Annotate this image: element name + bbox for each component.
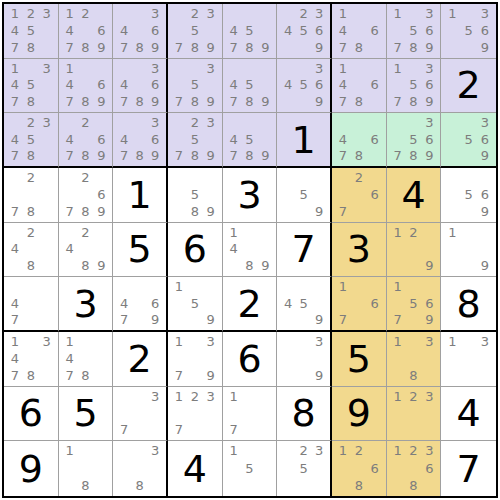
pencil-mark-slot-5 [406,241,422,258]
pencil-marks: 146789 [59,59,113,113]
pencil-mark-slot-7 [444,147,460,164]
pencil-marks: 45789 [223,59,277,113]
pencil-mark-slot-3: 3 [147,388,163,405]
pencil-mark-slot-2: 2 [351,442,367,459]
cell-r9c2[interactable]: 18 [59,441,114,496]
pencil-mark-slot-1: 1 [335,60,351,77]
cell-r3c8[interactable]: 356789 [387,113,442,168]
solved-digit: 5 [332,332,386,386]
cell-r1c7[interactable]: 14678 [332,4,387,59]
pencil-marks: 4678 [332,113,386,166]
pencil-mark-slot-6 [477,350,493,367]
pencil-mark-slot-8: 8 [187,203,203,220]
pencil-mark-slot-3: 3 [203,5,219,22]
cell-r5c6[interactable]: 7 [277,223,332,278]
pencil-mark-slot-8 [461,39,477,56]
pencil-mark-slot-8: 8 [132,147,148,164]
pencil-mark-slot-7 [62,257,78,274]
pencil-mark-slot-8: 8 [406,367,422,384]
cell-r6c1[interactable]: 47 [4,277,59,332]
pencil-mark-slot-9 [421,367,437,384]
pencil-mark-slot-5 [406,405,422,422]
pencil-mark-slot-6 [39,22,55,39]
pencil-mark-slot-3 [367,442,383,459]
pencil-mark-slot-7: 7 [390,311,406,328]
cell-r7c5[interactable]: 6 [223,332,278,387]
cell-r3c1[interactable]: 234578 [4,113,59,168]
pencil-mark-slot-7 [390,477,406,494]
pencil-mark-slot-4: 4 [116,131,132,148]
pencil-mark-slot-2 [132,5,148,22]
cell-r9c7[interactable]: 1268 [332,441,387,496]
pencil-mark-slot-5: 5 [296,77,312,94]
pencil-mark-slot-8 [351,311,367,328]
pencil-mark-slot-8: 8 [187,39,203,56]
cell-r3c6[interactable]: 1 [277,113,332,168]
pencil-mark-slot-2 [406,5,422,22]
pencil-mark-slot-5 [23,186,39,203]
pencil-mark-slot-1 [226,5,242,22]
cell-r9c6[interactable]: 235 [277,441,332,496]
pencil-marks: 1379 [168,332,222,386]
pencil-mark-slot-8: 8 [23,257,39,274]
pencil-mark-slot-2: 2 [23,169,39,186]
cell-r3c4[interactable]: 235789 [168,113,223,168]
cell-r1c2[interactable]: 1246789 [59,4,114,59]
cell-r2c8[interactable]: 1356789 [387,59,442,114]
pencil-mark-slot-5 [132,405,148,422]
cell-r9c5[interactable]: 15 [223,441,278,496]
pencil-mark-slot-7: 7 [335,203,351,220]
pencil-mark-slot-5 [406,350,422,367]
pencil-mark-slot-6: 6 [477,22,493,39]
cell-r9c3[interactable]: 38 [113,441,168,496]
pencil-mark-slot-3: 3 [311,60,327,77]
cell-r8c5[interactable]: 17 [223,387,278,442]
cell-r6c6[interactable]: 459 [277,277,332,332]
pencil-mark-slot-2 [406,114,422,131]
pencil-mark-slot-3: 3 [203,60,219,77]
pencil-mark-slot-9 [421,421,437,438]
pencil-mark-slot-9: 9 [311,203,327,220]
cell-r8c8[interactable]: 123 [387,387,442,442]
pencil-mark-slot-4 [390,460,406,477]
cell-r7c6[interactable]: 39 [277,332,332,387]
pencil-mark-slot-2 [296,60,312,77]
pencil-mark-slot-1 [335,169,351,186]
cell-r5c7[interactable]: 3 [332,223,387,278]
pencil-mark-slot-3 [257,114,273,131]
pencil-mark-slot-9 [257,421,273,438]
pencil-mark-slot-3: 3 [311,5,327,22]
pencil-marks: 1489 [223,223,277,277]
cell-r4c4[interactable]: 589 [168,168,223,223]
pencil-mark-slot-8 [406,257,422,274]
pencil-mark-slot-2 [23,278,39,295]
pencil-mark-slot-5: 5 [187,131,203,148]
pencil-marks: 45789 [223,113,277,166]
pencil-mark-slot-7: 7 [7,39,23,56]
solved-digit: 6 [4,387,58,441]
cell-r4c2[interactable]: 26789 [59,168,114,223]
pencil-mark-slot-1: 1 [390,278,406,295]
pencil-mark-slot-9 [147,421,163,438]
pencil-mark-slot-9: 9 [147,93,163,110]
cell-r3c2[interactable]: 246789 [59,113,114,168]
pencil-mark-slot-9 [39,203,55,220]
pencil-mark-slot-6 [477,241,493,258]
pencil-mark-slot-6: 6 [93,186,109,203]
cell-r8c3[interactable]: 37 [113,387,168,442]
cell-r6c5[interactable]: 2 [223,277,278,332]
pencil-mark-slot-9 [93,367,109,384]
pencil-mark-slot-3: 3 [39,333,55,350]
pencil-mark-slot-2 [132,114,148,131]
solved-digit: 4 [387,168,441,222]
pencil-marks: 1356789 [387,59,441,113]
pencil-mark-slot-4: 4 [7,77,23,94]
pencil-mark-slot-8: 8 [406,39,422,56]
pencil-mark-slot-6 [203,186,219,203]
pencil-mark-slot-1 [280,169,296,186]
pencil-mark-slot-2 [351,114,367,131]
cell-r5c2[interactable]: 2489 [59,223,114,278]
cell-r5c3[interactable]: 5 [113,223,168,278]
pencil-mark-slot-4: 4 [226,241,242,258]
pencil-mark-slot-2: 2 [78,169,94,186]
pencil-mark-slot-3: 3 [477,5,493,22]
cell-r6c7[interactable]: 167 [332,277,387,332]
pencil-mark-slot-6 [257,77,273,94]
cell-r2c3[interactable]: 346789 [113,59,168,114]
pencil-mark-slot-3: 3 [421,388,437,405]
cell-r5c4[interactable]: 6 [168,223,223,278]
pencil-mark-slot-7: 7 [7,311,23,328]
pencil-mark-slot-4: 4 [226,22,242,39]
pencil-mark-slot-7 [62,477,78,494]
pencil-mark-slot-2: 2 [187,5,203,22]
pencil-mark-slot-3 [93,442,109,459]
cell-r1c9[interactable]: 13569 [441,4,496,59]
cell-r2c9[interactable]: 2 [441,59,496,114]
pencil-mark-slot-4: 4 [280,22,296,39]
pencil-mark-slot-9 [311,477,327,494]
pencil-mark-slot-6 [203,295,219,312]
pencil-mark-slot-4 [444,22,460,39]
cell-r5c5[interactable]: 1489 [223,223,278,278]
pencil-mark-slot-2 [23,60,39,77]
pencil-mark-slot-6: 6 [93,77,109,94]
pencil-mark-slot-1 [171,169,187,186]
cell-r1c4[interactable]: 235789 [168,4,223,59]
pencil-marks: 38 [113,441,166,496]
cell-r3c9[interactable]: 3569 [441,113,496,168]
pencil-mark-slot-1 [335,114,351,131]
pencil-marks: 4679 [113,277,166,330]
pencil-mark-slot-9 [367,93,383,110]
pencil-mark-slot-5: 5 [461,22,477,39]
pencil-mark-slot-5: 5 [461,131,477,148]
cell-r5c9[interactable]: 19 [441,223,496,278]
pencil-mark-slot-2 [406,60,422,77]
sudoku-board: 1234578124678934678923578945789234569146… [2,2,498,498]
cell-r2c4[interactable]: 35789 [168,59,223,114]
cell-r9c1[interactable]: 9 [4,441,59,496]
pencil-marks: 346789 [113,113,166,166]
pencil-mark-slot-8 [296,203,312,220]
pencil-mark-slot-7: 7 [390,147,406,164]
pencil-mark-slot-5 [351,186,367,203]
pencil-mark-slot-7 [171,311,187,328]
pencil-marks: 138 [387,332,441,386]
pencil-mark-slot-8: 8 [242,39,258,56]
pencil-mark-slot-6 [257,22,273,39]
pencil-mark-slot-1 [62,224,78,241]
pencil-marks: 1356789 [387,4,441,58]
pencil-mark-slot-2 [296,333,312,350]
pencil-mark-slot-2 [132,278,148,295]
pencil-mark-slot-7 [280,311,296,328]
pencil-mark-slot-5 [351,460,367,477]
cell-r4c3[interactable]: 1 [113,168,168,223]
pencil-mark-slot-3: 3 [147,60,163,77]
cell-r7c4[interactable]: 1379 [168,332,223,387]
pencil-mark-slot-5: 5 [23,131,39,148]
pencil-mark-slot-3 [421,224,437,241]
pencil-mark-slot-8: 8 [23,93,39,110]
pencil-mark-slot-1: 1 [335,278,351,295]
pencil-mark-slot-3: 3 [477,333,493,350]
pencil-mark-slot-8: 8 [351,477,367,494]
cell-r6c4[interactable]: 159 [168,277,223,332]
pencil-mark-slot-4 [335,460,351,477]
solved-digit: 2 [223,277,277,330]
cell-r8c2[interactable]: 5 [59,387,114,442]
pencil-mark-slot-6 [39,295,55,312]
pencil-mark-slot-1 [171,5,187,22]
pencil-mark-slot-3: 3 [147,114,163,131]
cell-r4c9[interactable]: 569 [441,168,496,223]
pencil-mark-slot-2 [242,60,258,77]
cell-r1c6[interactable]: 234569 [277,4,332,59]
pencil-mark-slot-6: 6 [421,295,437,312]
cell-r1c5[interactable]: 45789 [223,4,278,59]
pencil-marks: 235 [277,441,330,496]
cell-r1c1[interactable]: 1234578 [4,4,59,59]
pencil-mark-slot-9: 9 [203,93,219,110]
cell-r7c7[interactable]: 5 [332,332,387,387]
pencil-mark-slot-6: 6 [421,77,437,94]
pencil-mark-slot-4: 4 [62,241,78,258]
pencil-mark-slot-9: 9 [93,39,109,56]
cell-r8c6[interactable]: 8 [277,387,332,442]
cell-r7c9[interactable]: 13 [441,332,496,387]
pencil-mark-slot-9: 9 [311,93,327,110]
cell-r8c4[interactable]: 1237 [168,387,223,442]
pencil-mark-slot-4 [62,460,78,477]
cell-r2c6[interactable]: 34569 [277,59,332,114]
cell-r6c2[interactable]: 3 [59,277,114,332]
pencil-mark-slot-5: 5 [406,131,422,148]
pencil-mark-slot-1: 1 [390,442,406,459]
cell-r7c2[interactable]: 1478 [59,332,114,387]
pencil-mark-slot-4 [390,77,406,94]
pencil-mark-slot-5 [132,77,148,94]
pencil-mark-slot-8 [461,147,477,164]
solved-digit: 3 [223,168,277,222]
pencil-mark-slot-7: 7 [7,93,23,110]
pencil-marks: 3569 [441,113,496,166]
cell-r8c9[interactable]: 4 [441,387,496,442]
pencil-marks: 14678 [332,59,386,113]
cell-r5c1[interactable]: 248 [4,223,59,278]
pencil-mark-slot-4 [280,460,296,477]
pencil-mark-slot-9: 9 [147,39,163,56]
cell-r3c5[interactable]: 45789 [223,113,278,168]
pencil-mark-slot-9 [39,147,55,164]
pencil-mark-slot-6: 6 [147,77,163,94]
cell-r2c1[interactable]: 134578 [4,59,59,114]
pencil-mark-slot-9: 9 [477,203,493,220]
pencil-marks: 123 [387,387,441,441]
pencil-mark-slot-8 [132,421,148,438]
pencil-mark-slot-1 [7,278,23,295]
pencil-marks: 15679 [387,277,441,330]
pencil-mark-slot-9: 9 [421,311,437,328]
pencil-mark-slot-3 [257,442,273,459]
pencil-mark-slot-3 [93,5,109,22]
pencil-mark-slot-7 [280,93,296,110]
pencil-mark-slot-5: 5 [296,460,312,477]
pencil-mark-slot-5 [132,295,148,312]
cell-r7c3[interactable]: 2 [113,332,168,387]
pencil-mark-slot-4 [171,131,187,148]
pencil-mark-slot-2 [187,60,203,77]
pencil-mark-slot-5 [242,405,258,422]
cell-r6c9[interactable]: 8 [441,277,496,332]
pencil-mark-slot-5: 5 [296,295,312,312]
pencil-mark-slot-3: 3 [39,114,55,131]
pencil-mark-slot-9: 9 [93,147,109,164]
pencil-mark-slot-7: 7 [226,421,242,438]
cell-r9c9[interactable]: 7 [441,441,496,496]
cell-r2c5[interactable]: 45789 [223,59,278,114]
pencil-mark-slot-2: 2 [23,5,39,22]
pencil-mark-slot-7 [444,367,460,384]
cell-r4c5[interactable]: 3 [223,168,278,223]
solved-digit: 6 [223,332,277,386]
pencil-mark-slot-8: 8 [132,477,148,494]
cell-r6c3[interactable]: 4679 [113,277,168,332]
pencil-mark-slot-3 [257,60,273,77]
solved-digit: 8 [441,277,496,330]
pencil-mark-slot-9: 9 [257,39,273,56]
pencil-mark-slot-6 [203,22,219,39]
cell-r9c8[interactable]: 12368 [387,441,442,496]
cell-r4c8[interactable]: 4 [387,168,442,223]
pencil-marks: 1237 [168,387,222,441]
cell-r2c7[interactable]: 14678 [332,59,387,114]
pencil-mark-slot-5: 5 [242,77,258,94]
pencil-mark-slot-4 [171,405,187,422]
pencil-mark-slot-6 [421,405,437,422]
pencil-marks: 1268 [332,441,386,496]
pencil-mark-slot-5 [78,241,94,258]
pencil-mark-slot-4 [390,22,406,39]
pencil-mark-slot-8 [296,93,312,110]
pencil-mark-slot-4: 4 [7,22,23,39]
pencil-marks: 235789 [168,113,222,166]
cell-r7c8[interactable]: 138 [387,332,442,387]
cell-r5c8[interactable]: 129 [387,223,442,278]
pencil-mark-slot-4 [390,405,406,422]
pencil-mark-slot-2 [406,333,422,350]
pencil-mark-slot-1 [444,169,460,186]
cell-r2c2[interactable]: 146789 [59,59,114,114]
pencil-marks: 17 [223,387,277,441]
pencil-mark-slot-2: 2 [187,388,203,405]
pencil-mark-slot-4: 4 [335,131,351,148]
pencil-mark-slot-7: 7 [390,93,406,110]
pencil-mark-slot-1: 1 [171,333,187,350]
pencil-mark-slot-9: 9 [203,311,219,328]
cell-r8c7[interactable]: 9 [332,387,387,442]
cell-r8c1[interactable]: 6 [4,387,59,442]
pencil-mark-slot-8: 8 [78,203,94,220]
cell-r3c3[interactable]: 346789 [113,113,168,168]
cell-r9c4[interactable]: 4 [168,441,223,496]
solved-digit: 1 [277,113,330,166]
cell-r3c7[interactable]: 4678 [332,113,387,168]
pencil-mark-slot-8: 8 [242,147,258,164]
pencil-mark-slot-8: 8 [23,39,39,56]
pencil-mark-slot-9: 9 [147,147,163,164]
cell-r4c1[interactable]: 278 [4,168,59,223]
pencil-mark-slot-1: 1 [390,333,406,350]
cell-r4c6[interactable]: 59 [277,168,332,223]
pencil-mark-slot-1 [280,5,296,22]
pencil-mark-slot-8: 8 [78,477,94,494]
pencil-mark-slot-5: 5 [187,295,203,312]
pencil-mark-slot-1 [116,278,132,295]
pencil-mark-slot-2: 2 [351,169,367,186]
cell-r4c7[interactable]: 267 [332,168,387,223]
cell-r7c1[interactable]: 13478 [4,332,59,387]
pencil-marks: 12368 [387,441,441,496]
pencil-marks: 19 [441,223,496,277]
pencil-mark-slot-3 [257,5,273,22]
solved-digit: 6 [168,223,222,277]
pencil-mark-slot-8: 8 [78,39,94,56]
pencil-mark-slot-3: 3 [203,388,219,405]
pencil-mark-slot-7: 7 [171,421,187,438]
cell-r6c8[interactable]: 15679 [387,277,442,332]
pencil-mark-slot-7: 7 [226,39,242,56]
cell-r1c3[interactable]: 346789 [113,4,168,59]
pencil-mark-slot-1: 1 [335,442,351,459]
pencil-mark-slot-7: 7 [171,367,187,384]
pencil-mark-slot-9: 9 [421,147,437,164]
pencil-marks: 346789 [113,59,166,113]
pencil-mark-slot-7 [171,203,187,220]
pencil-mark-slot-5: 5 [23,77,39,94]
pencil-mark-slot-4 [444,241,460,258]
pencil-mark-slot-6 [93,350,109,367]
pencil-mark-slot-2 [132,442,148,459]
pencil-mark-slot-9: 9 [311,39,327,56]
pencil-mark-slot-2 [406,278,422,295]
cell-r1c8[interactable]: 1356789 [387,4,442,59]
